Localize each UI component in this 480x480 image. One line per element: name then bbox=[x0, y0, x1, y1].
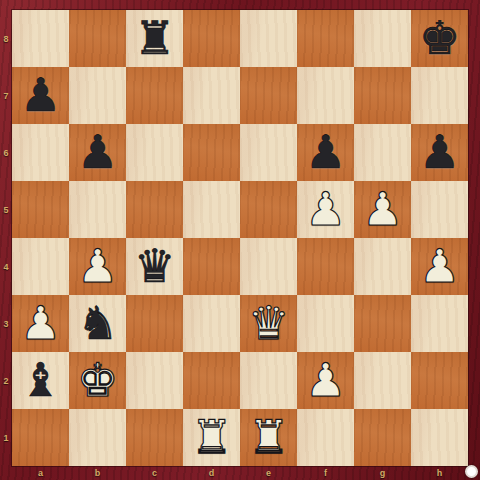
square-g2[interactable] bbox=[354, 352, 411, 409]
square-g7[interactable] bbox=[354, 67, 411, 124]
square-d2[interactable] bbox=[183, 352, 240, 409]
board-frame: ♜♚♟♟♟♟♟♟♟♛♟♟♞♛♝♚♟♜♜ 87654321 abcdefgh bbox=[0, 0, 480, 480]
white-pawn[interactable]: ♟ bbox=[12, 295, 69, 352]
square-g8[interactable] bbox=[354, 10, 411, 67]
square-b7[interactable] bbox=[69, 67, 126, 124]
square-b3[interactable]: ♞ bbox=[69, 295, 126, 352]
square-f2[interactable]: ♟ bbox=[297, 352, 354, 409]
square-g6[interactable] bbox=[354, 124, 411, 181]
square-b6[interactable]: ♟ bbox=[69, 124, 126, 181]
white-pawn[interactable]: ♟ bbox=[354, 181, 411, 238]
white-queen[interactable]: ♛ bbox=[240, 295, 297, 352]
square-h6[interactable]: ♟ bbox=[411, 124, 468, 181]
square-a1[interactable] bbox=[12, 409, 69, 466]
square-f6[interactable]: ♟ bbox=[297, 124, 354, 181]
square-a5[interactable] bbox=[12, 181, 69, 238]
square-h3[interactable] bbox=[411, 295, 468, 352]
file-label-b: b bbox=[69, 466, 126, 480]
rank-label-7: 7 bbox=[0, 67, 12, 124]
square-g5[interactable]: ♟ bbox=[354, 181, 411, 238]
white-pawn[interactable]: ♟ bbox=[411, 238, 468, 295]
rank-label-8: 8 bbox=[0, 10, 12, 67]
file-label-a: a bbox=[12, 466, 69, 480]
square-h5[interactable] bbox=[411, 181, 468, 238]
file-label-d: d bbox=[183, 466, 240, 480]
black-pawn[interactable]: ♟ bbox=[12, 67, 69, 124]
square-h2[interactable] bbox=[411, 352, 468, 409]
square-c8[interactable]: ♜ bbox=[126, 10, 183, 67]
square-a3[interactable]: ♟ bbox=[12, 295, 69, 352]
chess-board: ♜♚♟♟♟♟♟♟♟♛♟♟♞♛♝♚♟♜♜ bbox=[12, 10, 468, 466]
square-h4[interactable]: ♟ bbox=[411, 238, 468, 295]
white-rook[interactable]: ♜ bbox=[183, 409, 240, 466]
square-d3[interactable] bbox=[183, 295, 240, 352]
square-f8[interactable] bbox=[297, 10, 354, 67]
black-bishop[interactable]: ♝ bbox=[12, 352, 69, 409]
square-f7[interactable] bbox=[297, 67, 354, 124]
white-rook[interactable]: ♜ bbox=[240, 409, 297, 466]
square-b2[interactable]: ♚ bbox=[69, 352, 126, 409]
black-pawn[interactable]: ♟ bbox=[297, 124, 354, 181]
white-pawn[interactable]: ♟ bbox=[69, 238, 126, 295]
rank-label-6: 6 bbox=[0, 124, 12, 181]
square-e6[interactable] bbox=[240, 124, 297, 181]
square-a7[interactable]: ♟ bbox=[12, 67, 69, 124]
square-c7[interactable] bbox=[126, 67, 183, 124]
square-c1[interactable] bbox=[126, 409, 183, 466]
square-f5[interactable]: ♟ bbox=[297, 181, 354, 238]
file-label-g: g bbox=[354, 466, 411, 480]
square-a8[interactable] bbox=[12, 10, 69, 67]
square-e1[interactable]: ♜ bbox=[240, 409, 297, 466]
square-e2[interactable] bbox=[240, 352, 297, 409]
black-pawn[interactable]: ♟ bbox=[69, 124, 126, 181]
square-d4[interactable] bbox=[183, 238, 240, 295]
square-d8[interactable] bbox=[183, 10, 240, 67]
square-c4[interactable]: ♛ bbox=[126, 238, 183, 295]
white-pawn[interactable]: ♟ bbox=[297, 181, 354, 238]
square-g3[interactable] bbox=[354, 295, 411, 352]
file-label-f: f bbox=[297, 466, 354, 480]
black-pawn[interactable]: ♟ bbox=[411, 124, 468, 181]
square-d5[interactable] bbox=[183, 181, 240, 238]
square-b4[interactable]: ♟ bbox=[69, 238, 126, 295]
square-h8[interactable]: ♚ bbox=[411, 10, 468, 67]
square-a4[interactable] bbox=[12, 238, 69, 295]
square-h1[interactable] bbox=[411, 409, 468, 466]
square-d7[interactable] bbox=[183, 67, 240, 124]
square-f1[interactable] bbox=[297, 409, 354, 466]
square-d1[interactable]: ♜ bbox=[183, 409, 240, 466]
file-label-c: c bbox=[126, 466, 183, 480]
square-c6[interactable] bbox=[126, 124, 183, 181]
square-b8[interactable] bbox=[69, 10, 126, 67]
white-pawn[interactable]: ♟ bbox=[297, 352, 354, 409]
rank-label-5: 5 bbox=[0, 181, 12, 238]
turn-indicator-white bbox=[465, 465, 478, 478]
black-knight[interactable]: ♞ bbox=[69, 295, 126, 352]
square-b1[interactable] bbox=[69, 409, 126, 466]
rank-label-2: 2 bbox=[0, 352, 12, 409]
square-h7[interactable] bbox=[411, 67, 468, 124]
square-b5[interactable] bbox=[69, 181, 126, 238]
square-c3[interactable] bbox=[126, 295, 183, 352]
square-e3[interactable]: ♛ bbox=[240, 295, 297, 352]
black-king[interactable]: ♚ bbox=[411, 10, 468, 67]
square-e4[interactable] bbox=[240, 238, 297, 295]
square-c5[interactable] bbox=[126, 181, 183, 238]
rank-label-4: 4 bbox=[0, 238, 12, 295]
square-c2[interactable] bbox=[126, 352, 183, 409]
square-e5[interactable] bbox=[240, 181, 297, 238]
rank-label-3: 3 bbox=[0, 295, 12, 352]
square-f4[interactable] bbox=[297, 238, 354, 295]
file-label-h: h bbox=[411, 466, 468, 480]
square-a6[interactable] bbox=[12, 124, 69, 181]
square-f3[interactable] bbox=[297, 295, 354, 352]
square-g4[interactable] bbox=[354, 238, 411, 295]
white-king[interactable]: ♚ bbox=[69, 352, 126, 409]
square-a2[interactable]: ♝ bbox=[12, 352, 69, 409]
black-queen[interactable]: ♛ bbox=[126, 238, 183, 295]
black-rook[interactable]: ♜ bbox=[126, 10, 183, 67]
square-e8[interactable] bbox=[240, 10, 297, 67]
rank-label-1: 1 bbox=[0, 409, 12, 466]
square-d6[interactable] bbox=[183, 124, 240, 181]
square-e7[interactable] bbox=[240, 67, 297, 124]
square-g1[interactable] bbox=[354, 409, 411, 466]
file-label-e: e bbox=[240, 466, 297, 480]
